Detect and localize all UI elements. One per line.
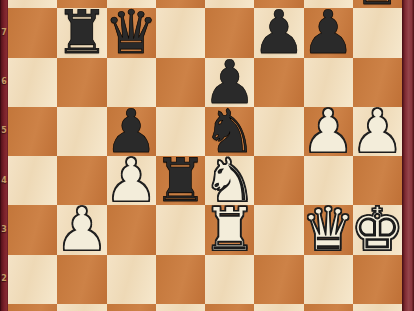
rank-label-5: 5 <box>0 126 8 135</box>
board-left-border: 765432 <box>0 0 8 311</box>
square-h7[interactable] <box>353 8 402 57</box>
white-pawn-g5[interactable]: ♟ <box>304 107 353 156</box>
square-c1[interactable] <box>107 304 156 311</box>
black-rook-d4[interactable]: ♜ <box>156 156 205 205</box>
rank-label-2: 2 <box>0 274 8 283</box>
square-f5[interactable] <box>254 107 303 156</box>
white-queen-g3[interactable]: ♛ <box>304 205 353 254</box>
square-f3[interactable] <box>254 205 303 254</box>
square-d7[interactable] <box>156 8 205 57</box>
square-d6[interactable] <box>156 58 205 107</box>
square-a2[interactable] <box>8 255 57 304</box>
rank-label-6: 6 <box>0 77 8 86</box>
square-d3[interactable] <box>156 205 205 254</box>
square-c4[interactable]: ♟ <box>107 156 156 205</box>
square-f7[interactable]: ♟ <box>254 8 303 57</box>
white-pawn-h5[interactable]: ♟ <box>353 107 402 156</box>
square-b3[interactable]: ♟ <box>57 205 106 254</box>
square-a6[interactable] <box>8 58 57 107</box>
square-f4[interactable] <box>254 156 303 205</box>
square-h1[interactable] <box>353 304 402 311</box>
square-c2[interactable] <box>107 255 156 304</box>
square-g5[interactable]: ♟ <box>304 107 353 156</box>
square-h5[interactable]: ♟ <box>353 107 402 156</box>
square-d8[interactable] <box>156 0 205 8</box>
square-b5[interactable] <box>57 107 106 156</box>
square-c3[interactable] <box>107 205 156 254</box>
square-b1[interactable] <box>57 304 106 311</box>
square-g3[interactable]: ♛ <box>304 205 353 254</box>
rank-label-4: 4 <box>0 176 8 185</box>
square-b2[interactable] <box>57 255 106 304</box>
square-f6[interactable] <box>254 58 303 107</box>
white-pawn-b3[interactable]: ♟ <box>57 205 106 254</box>
square-f1[interactable] <box>254 304 303 311</box>
square-a1[interactable] <box>8 304 57 311</box>
square-f2[interactable] <box>254 255 303 304</box>
chessboard: ♚♜♛♟♟♟♟♞♟♟♟♜♞♟♜♛♚ <box>8 0 402 311</box>
board-right-border <box>402 0 414 311</box>
white-pawn-c4[interactable]: ♟ <box>107 156 156 205</box>
square-a8[interactable] <box>8 0 57 8</box>
black-king-h8[interactable]: ♚ <box>353 0 402 8</box>
square-g2[interactable] <box>304 255 353 304</box>
square-a4[interactable] <box>8 156 57 205</box>
square-e3[interactable]: ♜ <box>205 205 254 254</box>
rank-label-3: 3 <box>0 225 8 234</box>
white-king-h3[interactable]: ♚ <box>353 205 402 254</box>
black-rook-b7[interactable]: ♜ <box>57 8 106 57</box>
square-g7[interactable]: ♟ <box>304 8 353 57</box>
chessboard-viewport: ♚♜♛♟♟♟♟♞♟♟♟♜♞♟♜♛♚ 765432 <box>0 0 414 311</box>
square-b6[interactable] <box>57 58 106 107</box>
square-h3[interactable]: ♚ <box>353 205 402 254</box>
square-d1[interactable] <box>156 304 205 311</box>
square-h8[interactable]: ♚ <box>353 0 402 8</box>
black-queen-c7[interactable]: ♛ <box>107 8 156 57</box>
square-a5[interactable] <box>8 107 57 156</box>
black-pawn-f7[interactable]: ♟ <box>254 8 303 57</box>
square-b7[interactable]: ♜ <box>57 8 106 57</box>
square-e2[interactable] <box>205 255 254 304</box>
square-e1[interactable] <box>205 304 254 311</box>
square-a3[interactable] <box>8 205 57 254</box>
square-c7[interactable]: ♛ <box>107 8 156 57</box>
black-pawn-g7[interactable]: ♟ <box>304 8 353 57</box>
square-a7[interactable] <box>8 8 57 57</box>
rank-label-7: 7 <box>0 28 8 37</box>
square-h2[interactable] <box>353 255 402 304</box>
square-d2[interactable] <box>156 255 205 304</box>
square-e8[interactable] <box>205 0 254 8</box>
square-d4[interactable]: ♜ <box>156 156 205 205</box>
white-rook-e3[interactable]: ♜ <box>205 205 254 254</box>
square-g1[interactable] <box>304 304 353 311</box>
